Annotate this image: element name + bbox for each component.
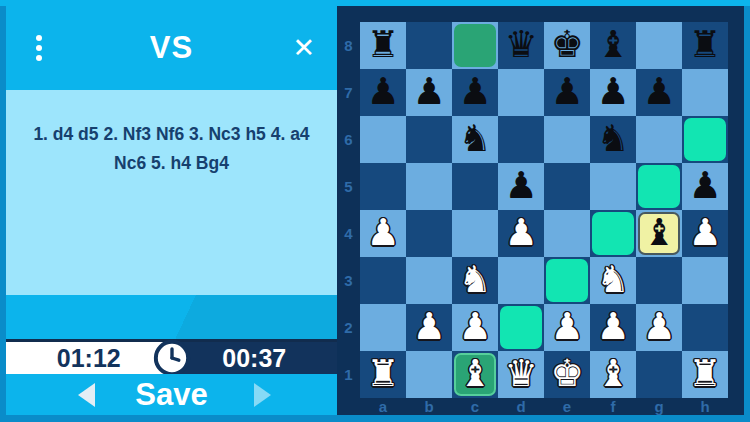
square-b5[interactable]: [406, 163, 452, 210]
square-g2[interactable]: ♟: [636, 304, 682, 351]
move-list: 1. d4 d5 2. Nf3 Nf6 3. Nc3 h5 4. a4 Nc6 …: [18, 120, 326, 178]
rank-label-1: 1: [337, 351, 360, 398]
square-c6[interactable]: ♞: [452, 116, 498, 163]
board: ♜♛♚♝♜♟♟♟♟♟♟♞♞♟♟♟♟♝♟♞♞♟♟♟♟♟♜♝♛♚♝♜: [360, 22, 728, 398]
clock-icon: [153, 340, 190, 377]
square-d6[interactable]: [498, 116, 544, 163]
square-d5[interactable]: ♟: [498, 163, 544, 210]
square-b8[interactable]: [406, 22, 452, 69]
file-label-a: a: [360, 398, 406, 415]
highlight-h6: [684, 118, 726, 161]
piece-black-knight: ♞: [590, 116, 636, 163]
piece-black-queen: ♛: [498, 22, 544, 69]
file-labels: abcdefgh: [360, 398, 728, 415]
rank-label-6: 6: [337, 116, 360, 163]
square-h5[interactable]: ♟: [682, 163, 728, 210]
file-label-c: c: [452, 398, 498, 415]
piece-black-pawn: ♟: [498, 163, 544, 210]
file-label-f: f: [590, 398, 636, 415]
piece-white-pawn: ♟: [590, 304, 636, 351]
square-d4[interactable]: ♟: [498, 210, 544, 257]
piece-white-rook: ♜: [682, 351, 728, 398]
square-f1[interactable]: ♝: [590, 351, 636, 398]
square-d1[interactable]: ♛: [498, 351, 544, 398]
square-g1[interactable]: [636, 351, 682, 398]
square-a2[interactable]: [360, 304, 406, 351]
piece-black-bishop: ♝: [636, 210, 682, 257]
next-move-arrow-icon[interactable]: [254, 383, 271, 407]
file-label-g: g: [636, 398, 682, 415]
white-clock: 01:12: [6, 342, 172, 374]
square-b3[interactable]: [406, 257, 452, 304]
piece-black-rook: ♜: [360, 22, 406, 69]
highlight-c8: [454, 24, 496, 67]
kebab-menu-icon[interactable]: [32, 31, 46, 65]
square-b4[interactable]: [406, 210, 452, 257]
previous-move-arrow-icon[interactable]: [78, 383, 95, 407]
square-g8[interactable]: [636, 22, 682, 69]
piece-black-rook: ♜: [682, 22, 728, 69]
square-b2[interactable]: ♟: [406, 304, 452, 351]
square-a4[interactable]: ♟: [360, 210, 406, 257]
header-bar: VS ✕: [6, 6, 337, 90]
square-h2[interactable]: [682, 304, 728, 351]
board-panel: 87654321 ♜♛♚♝♜♟♟♟♟♟♟♞♞♟♟♟♟♝♟♞♞♟♟♟♟♟♜♝♛♚♝…: [337, 6, 744, 415]
square-a8[interactable]: ♜: [360, 22, 406, 69]
square-c1[interactable]: ♝: [452, 351, 498, 398]
panel-spacer: [6, 295, 337, 339]
square-d7[interactable]: [498, 69, 544, 116]
piece-black-pawn: ♟: [544, 69, 590, 116]
square-g6[interactable]: [636, 116, 682, 163]
piece-black-pawn: ♟: [590, 69, 636, 116]
square-b7[interactable]: ♟: [406, 69, 452, 116]
square-f6[interactable]: ♞: [590, 116, 636, 163]
square-g4[interactable]: ♝: [636, 210, 682, 257]
square-h3[interactable]: [682, 257, 728, 304]
square-h7[interactable]: [682, 69, 728, 116]
square-g5[interactable]: [636, 163, 682, 210]
square-c7[interactable]: ♟: [452, 69, 498, 116]
rank-label-7: 7: [337, 69, 360, 116]
highlight-d2: [500, 306, 542, 349]
square-a1[interactable]: ♜: [360, 351, 406, 398]
piece-black-knight: ♞: [452, 116, 498, 163]
square-f4[interactable]: [590, 210, 636, 257]
piece-black-pawn: ♟: [682, 163, 728, 210]
square-c3[interactable]: ♞: [452, 257, 498, 304]
square-g7[interactable]: ♟: [636, 69, 682, 116]
square-a5[interactable]: [360, 163, 406, 210]
file-label-d: d: [498, 398, 544, 415]
square-a3[interactable]: [360, 257, 406, 304]
left-panel: VS ✕ 1. d4 d5 2. Nf3 Nf6 3. Nc3 h5 4. a4…: [6, 6, 337, 415]
square-d2[interactable]: [498, 304, 544, 351]
square-c2[interactable]: ♟: [452, 304, 498, 351]
piece-white-pawn: ♟: [544, 304, 590, 351]
page-title: VS: [150, 30, 193, 66]
clock-bar: 01:12 00:37: [6, 339, 337, 374]
piece-black-king: ♚: [544, 22, 590, 69]
piece-white-knight: ♞: [590, 257, 636, 304]
rank-label-3: 3: [337, 257, 360, 304]
highlight-e3: [546, 259, 588, 302]
square-d8[interactable]: ♛: [498, 22, 544, 69]
close-icon[interactable]: ✕: [292, 35, 315, 62]
square-h4[interactable]: ♟: [682, 210, 728, 257]
rank-label-8: 8: [337, 22, 360, 69]
square-h1[interactable]: ♜: [682, 351, 728, 398]
square-d3[interactable]: [498, 257, 544, 304]
piece-black-bishop: ♝: [590, 22, 636, 69]
chess-app-window: VS ✕ 1. d4 d5 2. Nf3 Nf6 3. Nc3 h5 4. a4…: [0, 0, 750, 422]
file-label-e: e: [544, 398, 590, 415]
piece-white-pawn: ♟: [682, 210, 728, 257]
piece-black-pawn: ♟: [636, 69, 682, 116]
square-b1[interactable]: [406, 351, 452, 398]
piece-white-bishop: ♝: [452, 351, 498, 398]
piece-black-pawn: ♟: [452, 69, 498, 116]
piece-white-rook: ♜: [360, 351, 406, 398]
piece-white-pawn: ♟: [406, 304, 452, 351]
square-e2[interactable]: ♟: [544, 304, 590, 351]
piece-black-pawn: ♟: [406, 69, 452, 116]
square-a6[interactable]: [360, 116, 406, 163]
highlight-g5: [638, 165, 680, 208]
square-e3[interactable]: [544, 257, 590, 304]
square-f2[interactable]: ♟: [590, 304, 636, 351]
piece-white-queen: ♛: [498, 351, 544, 398]
square-e6[interactable]: [544, 116, 590, 163]
piece-white-bishop: ♝: [590, 351, 636, 398]
square-e4[interactable]: [544, 210, 590, 257]
black-clock: 00:37: [172, 342, 338, 374]
square-f5[interactable]: [590, 163, 636, 210]
square-b6[interactable]: [406, 116, 452, 163]
piece-white-king: ♚: [544, 351, 590, 398]
square-f3[interactable]: ♞: [590, 257, 636, 304]
rank-label-4: 4: [337, 210, 360, 257]
save-bar: Save: [6, 374, 337, 415]
file-label-h: h: [682, 398, 728, 415]
piece-white-pawn: ♟: [360, 210, 406, 257]
square-e8[interactable]: ♚: [544, 22, 590, 69]
rank-label-2: 2: [337, 304, 360, 351]
square-a7[interactable]: ♟: [360, 69, 406, 116]
square-e5[interactable]: [544, 163, 590, 210]
square-f8[interactable]: ♝: [590, 22, 636, 69]
moves-panel: 1. d4 d5 2. Nf3 Nf6 3. Nc3 h5 4. a4 Nc6 …: [6, 90, 337, 295]
square-g3[interactable]: [636, 257, 682, 304]
square-h6[interactable]: [682, 116, 728, 163]
square-c4[interactable]: [452, 210, 498, 257]
highlight-f4: [592, 212, 634, 255]
piece-white-pawn: ♟: [498, 210, 544, 257]
piece-white-pawn: ♟: [636, 304, 682, 351]
piece-black-pawn: ♟: [360, 69, 406, 116]
square-c5[interactable]: [452, 163, 498, 210]
piece-white-knight: ♞: [452, 257, 498, 304]
square-e7[interactable]: ♟: [544, 69, 590, 116]
file-label-b: b: [406, 398, 452, 415]
save-button[interactable]: Save: [135, 377, 207, 413]
rank-label-5: 5: [337, 163, 360, 210]
square-h8[interactable]: ♜: [682, 22, 728, 69]
square-c8[interactable]: [452, 22, 498, 69]
piece-white-pawn: ♟: [452, 304, 498, 351]
square-f7[interactable]: ♟: [590, 69, 636, 116]
rank-labels: 87654321: [337, 22, 360, 398]
square-e1[interactable]: ♚: [544, 351, 590, 398]
